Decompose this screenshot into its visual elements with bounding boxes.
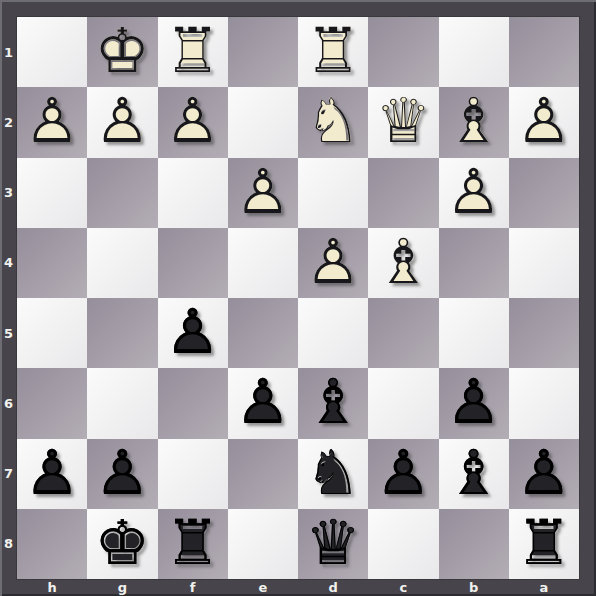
white-pawn-piece[interactable]: ♟♙ (298, 228, 368, 298)
rank-label-3: 3 (0, 158, 17, 228)
square-a5[interactable] (509, 298, 579, 368)
square-d7[interactable]: ♞♘ (298, 439, 368, 509)
square-d4[interactable]: ♟♙ (298, 228, 368, 298)
black-queen-outline-glyph: ♕ (298, 512, 368, 574)
rank-label-5: 5 (0, 298, 17, 368)
white-pawn-piece[interactable]: ♟♙ (87, 87, 157, 157)
square-e4[interactable] (228, 228, 298, 298)
square-b8[interactable] (439, 509, 509, 579)
rank-labels: 12345678 (0, 17, 17, 579)
black-pawn-piece[interactable]: ♟♙ (509, 439, 579, 509)
square-h3[interactable] (17, 158, 87, 228)
white-rook-outline-glyph: ♖ (158, 20, 228, 82)
square-b6[interactable]: ♟♙ (439, 368, 509, 438)
black-knight-outline-glyph: ♘ (298, 441, 368, 503)
white-pawn-outline-glyph: ♙ (17, 90, 87, 152)
square-a3[interactable] (509, 158, 579, 228)
white-knight-piece[interactable]: ♞♘ (298, 87, 368, 157)
white-bishop-fill-glyph: ♝ (439, 90, 509, 152)
white-bishop-fill-glyph: ♝ (368, 231, 438, 293)
square-e7[interactable] (228, 439, 298, 509)
square-f3[interactable] (158, 158, 228, 228)
square-c5[interactable] (368, 298, 438, 368)
black-pawn-fill-glyph: ♟ (158, 301, 228, 363)
black-pawn-outline-glyph: ♙ (368, 441, 438, 503)
black-king-fill-glyph: ♚ (87, 512, 157, 574)
white-pawn-fill-glyph: ♟ (298, 231, 368, 293)
square-c2[interactable]: ♛♕ (368, 87, 438, 157)
white-bishop-outline-glyph: ♗ (439, 90, 509, 152)
square-e8[interactable] (228, 509, 298, 579)
white-queen-fill-glyph: ♛ (368, 90, 438, 152)
white-queen-outline-glyph: ♕ (368, 90, 438, 152)
square-g6[interactable] (87, 368, 157, 438)
white-bishop-outline-glyph: ♗ (368, 231, 438, 293)
black-pawn-fill-glyph: ♟ (228, 371, 298, 433)
square-b4[interactable] (439, 228, 509, 298)
black-pawn-outline-glyph: ♙ (509, 441, 579, 503)
square-a1[interactable] (509, 17, 579, 87)
square-b1[interactable] (439, 17, 509, 87)
black-pawn-piece[interactable]: ♟♙ (158, 298, 228, 368)
white-pawn-fill-glyph: ♟ (509, 90, 579, 152)
rank-label-6: 6 (0, 368, 17, 438)
black-pawn-piece[interactable]: ♟♙ (368, 439, 438, 509)
white-pawn-outline-glyph: ♙ (439, 160, 509, 222)
square-c7[interactable]: ♟♙ (368, 439, 438, 509)
black-bishop-fill-glyph: ♝ (439, 441, 509, 503)
file-label-g: g (87, 579, 157, 596)
white-rook-fill-glyph: ♜ (298, 20, 368, 82)
square-a2[interactable]: ♟♙ (509, 87, 579, 157)
black-rook-fill-glyph: ♜ (509, 512, 579, 574)
square-e2[interactable] (228, 87, 298, 157)
black-pawn-piece[interactable]: ♟♙ (17, 439, 87, 509)
white-pawn-fill-glyph: ♟ (158, 90, 228, 152)
square-a4[interactable] (509, 228, 579, 298)
black-rook-piece[interactable]: ♜♖ (509, 509, 579, 579)
white-king-piece[interactable]: ♚♔ (87, 17, 157, 87)
rank-label-8: 8 (0, 509, 17, 579)
white-pawn-fill-glyph: ♟ (17, 90, 87, 152)
square-g1[interactable]: ♚♔ (87, 17, 157, 87)
white-bishop-piece[interactable]: ♝♗ (439, 87, 509, 157)
square-f7[interactable] (158, 439, 228, 509)
white-pawn-fill-glyph: ♟ (439, 160, 509, 222)
white-queen-piece[interactable]: ♛♕ (368, 87, 438, 157)
square-f4[interactable] (158, 228, 228, 298)
white-rook-piece[interactable]: ♜♖ (158, 17, 228, 87)
square-b3[interactable]: ♟♙ (439, 158, 509, 228)
file-label-d: d (298, 579, 368, 596)
white-pawn-outline-glyph: ♙ (228, 160, 298, 222)
square-h1[interactable] (17, 17, 87, 87)
square-e1[interactable] (228, 17, 298, 87)
file-labels: hgfedcba (17, 579, 579, 596)
file-label-b: b (439, 579, 509, 596)
black-queen-fill-glyph: ♛ (298, 512, 368, 574)
square-f8[interactable]: ♜♖ (158, 509, 228, 579)
square-a7[interactable]: ♟♙ (509, 439, 579, 509)
chess-board-frame: 12345678 ♚♔♜♖♜♖♟♙♟♙♟♙♞♘♛♕♝♗♟♙♟♙♟♙♟♙♝♗♟♙♟… (0, 0, 596, 596)
square-b5[interactable] (439, 298, 509, 368)
square-a8[interactable]: ♜♖ (509, 509, 579, 579)
square-d6[interactable]: ♝♗ (298, 368, 368, 438)
black-rook-outline-glyph: ♖ (158, 512, 228, 574)
square-f1[interactable]: ♜♖ (158, 17, 228, 87)
white-pawn-fill-glyph: ♟ (228, 160, 298, 222)
white-pawn-piece[interactable]: ♟♙ (228, 158, 298, 228)
black-queen-piece[interactable]: ♛♕ (298, 509, 368, 579)
square-h7[interactable]: ♟♙ (17, 439, 87, 509)
file-label-h: h (17, 579, 87, 596)
white-bishop-piece[interactable]: ♝♗ (368, 228, 438, 298)
rank-label-7: 7 (0, 439, 17, 509)
square-c6[interactable] (368, 368, 438, 438)
square-b7[interactable]: ♝♗ (439, 439, 509, 509)
file-label-e: e (228, 579, 298, 596)
file-label-a: a (509, 579, 579, 596)
rank-label-1: 1 (0, 17, 17, 87)
square-h6[interactable] (17, 368, 87, 438)
square-c3[interactable] (368, 158, 438, 228)
black-pawn-outline-glyph: ♙ (158, 301, 228, 363)
square-d1[interactable]: ♜♖ (298, 17, 368, 87)
square-e5[interactable] (228, 298, 298, 368)
black-rook-piece[interactable]: ♜♖ (158, 509, 228, 579)
square-e3[interactable]: ♟♙ (228, 158, 298, 228)
white-pawn-piece[interactable]: ♟♙ (158, 87, 228, 157)
black-bishop-outline-glyph: ♗ (439, 441, 509, 503)
square-c1[interactable] (368, 17, 438, 87)
white-pawn-piece[interactable]: ♟♙ (509, 87, 579, 157)
square-d8[interactable]: ♛♕ (298, 509, 368, 579)
square-g3[interactable] (87, 158, 157, 228)
white-pawn-outline-glyph: ♙ (158, 90, 228, 152)
black-pawn-piece[interactable]: ♟♙ (228, 368, 298, 438)
black-bishop-fill-glyph: ♝ (298, 371, 368, 433)
black-pawn-fill-glyph: ♟ (17, 441, 87, 503)
white-pawn-outline-glyph: ♙ (509, 90, 579, 152)
black-bishop-piece[interactable]: ♝♗ (439, 439, 509, 509)
black-bishop-outline-glyph: ♗ (298, 371, 368, 433)
black-rook-outline-glyph: ♖ (509, 512, 579, 574)
white-rook-fill-glyph: ♜ (158, 20, 228, 82)
file-label-c: c (368, 579, 438, 596)
chess-board: ♚♔♜♖♜♖♟♙♟♙♟♙♞♘♛♕♝♗♟♙♟♙♟♙♟♙♝♗♟♙♟♙♝♗♟♙♟♙♟♙… (17, 17, 579, 579)
white-pawn-piece[interactable]: ♟♙ (439, 158, 509, 228)
black-pawn-fill-glyph: ♟ (509, 441, 579, 503)
black-knight-piece[interactable]: ♞♘ (298, 439, 368, 509)
square-g8[interactable]: ♚♔ (87, 509, 157, 579)
square-f6[interactable] (158, 368, 228, 438)
square-g4[interactable] (87, 228, 157, 298)
square-h2[interactable]: ♟♙ (17, 87, 87, 157)
file-label-f: f (158, 579, 228, 596)
black-pawn-piece[interactable]: ♟♙ (87, 439, 157, 509)
white-pawn-outline-glyph: ♙ (298, 231, 368, 293)
black-pawn-fill-glyph: ♟ (87, 441, 157, 503)
white-knight-outline-glyph: ♘ (298, 90, 368, 152)
square-d3[interactable] (298, 158, 368, 228)
white-knight-fill-glyph: ♞ (298, 90, 368, 152)
square-c8[interactable] (368, 509, 438, 579)
black-pawn-outline-glyph: ♙ (228, 371, 298, 433)
rank-label-4: 4 (0, 228, 17, 298)
square-h5[interactable] (17, 298, 87, 368)
square-h4[interactable] (17, 228, 87, 298)
square-c4[interactable]: ♝♗ (368, 228, 438, 298)
black-pawn-outline-glyph: ♙ (17, 441, 87, 503)
square-d2[interactable]: ♞♘ (298, 87, 368, 157)
black-rook-fill-glyph: ♜ (158, 512, 228, 574)
square-d5[interactable] (298, 298, 368, 368)
white-pawn-outline-glyph: ♙ (87, 90, 157, 152)
black-pawn-outline-glyph: ♙ (439, 371, 509, 433)
black-pawn-outline-glyph: ♙ (87, 441, 157, 503)
square-f2[interactable]: ♟♙ (158, 87, 228, 157)
square-g5[interactable] (87, 298, 157, 368)
square-f5[interactable]: ♟♙ (158, 298, 228, 368)
white-pawn-piece[interactable]: ♟♙ (17, 87, 87, 157)
black-bishop-piece[interactable]: ♝♗ (298, 368, 368, 438)
square-g7[interactable]: ♟♙ (87, 439, 157, 509)
black-pawn-fill-glyph: ♟ (368, 441, 438, 503)
black-pawn-piece[interactable]: ♟♙ (439, 368, 509, 438)
black-pawn-fill-glyph: ♟ (439, 371, 509, 433)
square-b2[interactable]: ♝♗ (439, 87, 509, 157)
square-a6[interactable] (509, 368, 579, 438)
square-e6[interactable]: ♟♙ (228, 368, 298, 438)
square-g2[interactable]: ♟♙ (87, 87, 157, 157)
rank-label-2: 2 (0, 87, 17, 157)
white-pawn-fill-glyph: ♟ (87, 90, 157, 152)
white-king-fill-glyph: ♚ (87, 20, 157, 82)
black-king-piece[interactable]: ♚♔ (87, 509, 157, 579)
white-rook-piece[interactable]: ♜♖ (298, 17, 368, 87)
white-king-outline-glyph: ♔ (87, 20, 157, 82)
black-knight-fill-glyph: ♞ (298, 441, 368, 503)
white-rook-outline-glyph: ♖ (298, 20, 368, 82)
black-king-outline-glyph: ♔ (87, 512, 157, 574)
square-h8[interactable] (17, 509, 87, 579)
